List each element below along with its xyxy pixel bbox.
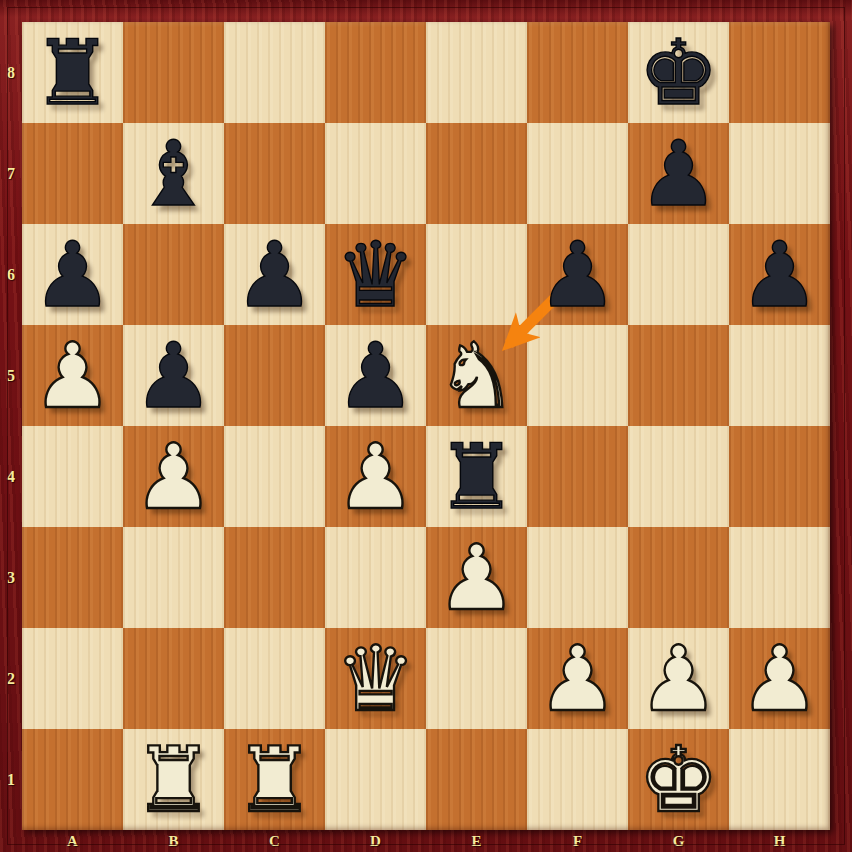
board-frame: ♜♚♝♟♟♟♛♟♟♟♟♟♞♟♟♜♟♛♟♟♟♜♜♚ 87654321 ABCDEF… — [0, 0, 852, 852]
square-c4[interactable] — [224, 426, 325, 527]
square-g1[interactable]: ♚ — [628, 729, 729, 830]
file-label-h: H — [729, 830, 830, 852]
square-e7[interactable] — [426, 123, 527, 224]
white-pawn-piece[interactable]: ♟ — [638, 628, 719, 729]
square-a3[interactable] — [22, 527, 123, 628]
square-a1[interactable] — [22, 729, 123, 830]
file-label-c: C — [224, 830, 325, 852]
square-f2[interactable]: ♟ — [527, 628, 628, 729]
square-f7[interactable] — [527, 123, 628, 224]
white-pawn-piece[interactable]: ♟ — [436, 527, 517, 628]
square-b2[interactable] — [123, 628, 224, 729]
black-queen-piece[interactable]: ♛ — [335, 224, 416, 325]
black-bishop-piece[interactable]: ♝ — [133, 123, 214, 224]
black-pawn-piece[interactable]: ♟ — [739, 224, 820, 325]
square-e3[interactable]: ♟ — [426, 527, 527, 628]
square-d4[interactable]: ♟ — [325, 426, 426, 527]
square-g6[interactable] — [628, 224, 729, 325]
square-h7[interactable] — [729, 123, 830, 224]
square-c1[interactable]: ♜ — [224, 729, 325, 830]
black-pawn-piece[interactable]: ♟ — [638, 123, 719, 224]
black-rook-piece[interactable]: ♜ — [32, 22, 113, 123]
square-e1[interactable] — [426, 729, 527, 830]
rank-label-2: 2 — [0, 628, 22, 729]
rank-label-7: 7 — [0, 123, 22, 224]
square-d5[interactable]: ♟ — [325, 325, 426, 426]
file-label-b: B — [123, 830, 224, 852]
square-e2[interactable] — [426, 628, 527, 729]
white-queen-piece[interactable]: ♛ — [335, 628, 416, 729]
black-pawn-piece[interactable]: ♟ — [32, 224, 113, 325]
square-a4[interactable] — [22, 426, 123, 527]
square-h1[interactable] — [729, 729, 830, 830]
rank-label-8: 8 — [0, 22, 22, 123]
white-rook-piece[interactable]: ♜ — [234, 729, 315, 830]
square-h2[interactable]: ♟ — [729, 628, 830, 729]
white-pawn-piece[interactable]: ♟ — [739, 628, 820, 729]
square-a7[interactable] — [22, 123, 123, 224]
square-f1[interactable] — [527, 729, 628, 830]
file-label-e: E — [426, 830, 527, 852]
square-d2[interactable]: ♛ — [325, 628, 426, 729]
square-b4[interactable]: ♟ — [123, 426, 224, 527]
square-d6[interactable]: ♛ — [325, 224, 426, 325]
square-d1[interactable] — [325, 729, 426, 830]
square-c7[interactable] — [224, 123, 325, 224]
square-h4[interactable] — [729, 426, 830, 527]
rank-label-4: 4 — [0, 426, 22, 527]
white-pawn-piece[interactable]: ♟ — [335, 426, 416, 527]
square-b5[interactable]: ♟ — [123, 325, 224, 426]
square-a2[interactable] — [22, 628, 123, 729]
black-pawn-piece[interactable]: ♟ — [234, 224, 315, 325]
square-g5[interactable] — [628, 325, 729, 426]
square-b7[interactable]: ♝ — [123, 123, 224, 224]
square-c5[interactable] — [224, 325, 325, 426]
white-king-piece[interactable]: ♚ — [638, 729, 719, 830]
square-a5[interactable]: ♟ — [22, 325, 123, 426]
square-c3[interactable] — [224, 527, 325, 628]
square-b8[interactable] — [123, 22, 224, 123]
square-h6[interactable]: ♟ — [729, 224, 830, 325]
square-a6[interactable]: ♟ — [22, 224, 123, 325]
white-pawn-piece[interactable]: ♟ — [537, 628, 618, 729]
square-f3[interactable] — [527, 527, 628, 628]
black-pawn-piece[interactable]: ♟ — [537, 224, 618, 325]
square-d3[interactable] — [325, 527, 426, 628]
rank-label-1: 1 — [0, 729, 22, 830]
white-knight-piece[interactable]: ♞ — [436, 325, 517, 426]
black-pawn-piece[interactable]: ♟ — [335, 325, 416, 426]
board: ♜♚♝♟♟♟♛♟♟♟♟♟♞♟♟♜♟♛♟♟♟♜♜♚ — [22, 22, 830, 830]
square-c2[interactable] — [224, 628, 325, 729]
square-d8[interactable] — [325, 22, 426, 123]
square-d7[interactable] — [325, 123, 426, 224]
square-h3[interactable] — [729, 527, 830, 628]
file-label-f: F — [527, 830, 628, 852]
square-h8[interactable] — [729, 22, 830, 123]
file-label-d: D — [325, 830, 426, 852]
square-f8[interactable] — [527, 22, 628, 123]
square-g4[interactable] — [628, 426, 729, 527]
square-e5[interactable]: ♞ — [426, 325, 527, 426]
square-e6[interactable] — [426, 224, 527, 325]
square-b6[interactable] — [123, 224, 224, 325]
file-label-a: A — [22, 830, 123, 852]
square-g2[interactable]: ♟ — [628, 628, 729, 729]
square-g3[interactable] — [628, 527, 729, 628]
square-e4[interactable]: ♜ — [426, 426, 527, 527]
square-c6[interactable]: ♟ — [224, 224, 325, 325]
square-c8[interactable] — [224, 22, 325, 123]
black-pawn-piece[interactable]: ♟ — [133, 325, 214, 426]
white-pawn-piece[interactable]: ♟ — [133, 426, 214, 527]
square-f6[interactable]: ♟ — [527, 224, 628, 325]
rank-label-5: 5 — [0, 325, 22, 426]
square-a8[interactable]: ♜ — [22, 22, 123, 123]
square-g8[interactable]: ♚ — [628, 22, 729, 123]
square-f4[interactable] — [527, 426, 628, 527]
square-b3[interactable] — [123, 527, 224, 628]
white-rook-piece[interactable]: ♜ — [133, 729, 214, 830]
black-rook-piece[interactable]: ♜ — [436, 426, 517, 527]
file-label-g: G — [628, 830, 729, 852]
square-b1[interactable]: ♜ — [123, 729, 224, 830]
rank-label-3: 3 — [0, 527, 22, 628]
square-h5[interactable] — [729, 325, 830, 426]
square-f5[interactable] — [527, 325, 628, 426]
rank-label-6: 6 — [0, 224, 22, 325]
black-king-piece[interactable]: ♚ — [638, 22, 719, 123]
square-e8[interactable] — [426, 22, 527, 123]
square-g7[interactable]: ♟ — [628, 123, 729, 224]
white-pawn-piece[interactable]: ♟ — [32, 325, 113, 426]
